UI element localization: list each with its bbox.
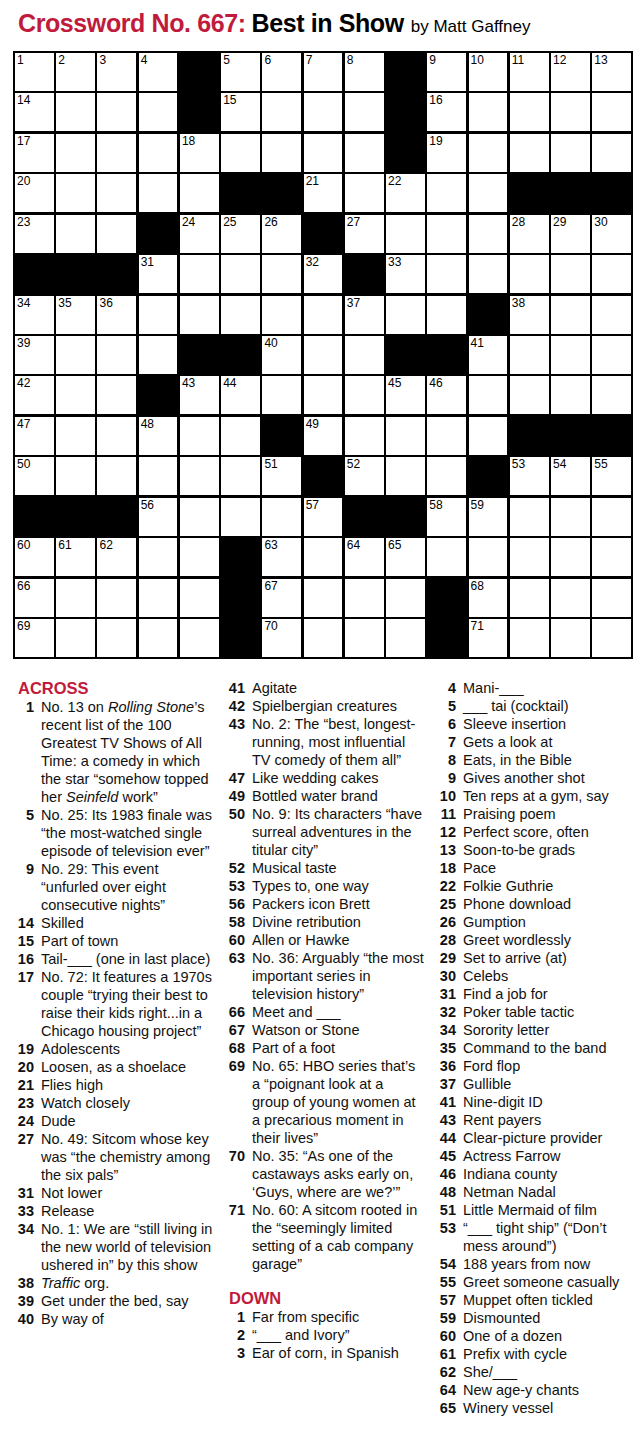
cell-number: 2 (58, 53, 65, 67)
grid-cell[interactable] (427, 174, 466, 212)
grid-cell[interactable]: 59 (469, 498, 508, 536)
grid-cell[interactable]: 36 (97, 296, 136, 334)
cell-number: 31 (141, 255, 154, 269)
grid-cell[interactable]: 18 (180, 134, 219, 172)
clue: 25Phone download (430, 895, 636, 913)
grid-cell[interactable]: 30 (592, 215, 631, 253)
grid-cell[interactable] (97, 579, 136, 617)
grid-cell[interactable]: 11 (510, 53, 549, 91)
grid-cell[interactable] (56, 579, 95, 617)
grid-cell[interactable]: 56 (139, 498, 178, 536)
grid-cell[interactable] (592, 579, 631, 617)
clue-text: Allen or Hawke (252, 931, 424, 949)
clue: 47Like wedding cakes (219, 769, 424, 787)
grid-cell[interactable] (139, 579, 178, 617)
grid-cell[interactable] (139, 134, 178, 172)
grid-cell[interactable] (221, 134, 260, 172)
grid-cell[interactable]: 58 (427, 498, 466, 536)
grid-cell[interactable] (551, 296, 590, 334)
cell-number: 41 (471, 336, 484, 350)
grid-cell[interactable] (221, 296, 260, 334)
clue: 46Indiana county (430, 1165, 636, 1183)
grid-cell[interactable]: 46 (427, 376, 466, 414)
grid-cell[interactable]: 23 (15, 215, 54, 253)
grid-cell[interactable]: 37 (345, 296, 384, 334)
grid-cell[interactable] (592, 619, 631, 657)
black-square (15, 498, 54, 536)
grid-cell[interactable] (386, 296, 425, 334)
grid-cell[interactable] (262, 498, 301, 536)
grid-cell[interactable]: 8 (345, 53, 384, 91)
grid-cell[interactable] (386, 619, 425, 657)
grid-cell[interactable] (97, 134, 136, 172)
grid-cell[interactable]: 69 (15, 619, 54, 657)
grid-cell[interactable] (551, 579, 590, 617)
grid-cell[interactable] (510, 255, 549, 293)
clue-number: 58 (219, 913, 252, 931)
grid-cell[interactable]: 55 (592, 457, 631, 495)
clue-text: By way of (41, 1310, 213, 1328)
grid-cell[interactable] (592, 336, 631, 374)
clue-number: 39 (8, 1292, 41, 1310)
clue-number: 19 (8, 1040, 41, 1058)
grid-cell[interactable] (97, 417, 136, 455)
clue: 55Greet someone casually (430, 1273, 636, 1291)
clue: 53Types to, one way (219, 877, 424, 895)
grid-cell[interactable] (427, 296, 466, 334)
clue-number: 38 (8, 1274, 41, 1292)
clue: 54188 years from now (430, 1255, 636, 1273)
clue-text: Packers icon Brett (252, 895, 424, 913)
clue-text: Nine-digit ID (463, 1093, 636, 1111)
clue: 41Nine-digit ID (430, 1093, 636, 1111)
cell-number: 23 (17, 215, 30, 229)
clue: 14Skilled (8, 914, 213, 932)
grid-cell[interactable] (551, 538, 590, 576)
grid-cell[interactable]: 44 (221, 376, 260, 414)
grid-cell[interactable] (180, 255, 219, 293)
grid-cell[interactable] (56, 215, 95, 253)
cell-number: 46 (429, 376, 442, 390)
grid-cell[interactable] (469, 134, 508, 172)
grid-cell[interactable] (427, 215, 466, 253)
clue-number: 32 (430, 1003, 463, 1021)
grid-cell[interactable]: 49 (304, 417, 343, 455)
clue: 15Part of town (8, 932, 213, 950)
grid-cell[interactable] (510, 336, 549, 374)
grid-cell[interactable] (551, 376, 590, 414)
grid-cell[interactable]: 67 (262, 579, 301, 617)
grid-cell[interactable] (56, 457, 95, 495)
grid-cell[interactable] (97, 174, 136, 212)
clue-text: No. 2: The “best, longest-running, most … (252, 715, 424, 769)
clue: 12Perfect score, often (430, 823, 636, 841)
grid-cell[interactable] (139, 336, 178, 374)
grid-cell[interactable] (510, 376, 549, 414)
grid-cell[interactable] (97, 336, 136, 374)
grid-cell[interactable] (180, 538, 219, 576)
black-square (304, 215, 343, 253)
grid-cell[interactable]: 13 (592, 53, 631, 91)
grid-cell[interactable] (386, 579, 425, 617)
clue-text: Tail-___ (one in last place) (41, 950, 213, 968)
grid-cell[interactable]: 3 (97, 53, 136, 91)
grid-cell[interactable]: 25 (221, 215, 260, 253)
grid-cell[interactable] (592, 376, 631, 414)
clue-text: Pace (463, 859, 636, 877)
clue: 13Soon-to-be grads (430, 841, 636, 859)
cell-number: 62 (99, 538, 112, 552)
grid-cell[interactable] (56, 376, 95, 414)
clue: 23Watch closely (8, 1094, 213, 1112)
clue: 20Loosen, as a shoelace (8, 1058, 213, 1076)
grid-cell[interactable]: 21 (304, 174, 343, 212)
grid-cell[interactable]: 68 (469, 579, 508, 617)
black-square (180, 53, 219, 91)
clue-text: Set to arrive (at) (463, 949, 636, 967)
grid-cell[interactable]: 45 (386, 376, 425, 414)
grid-cell[interactable] (139, 457, 178, 495)
clue: 9Gives another shot (430, 769, 636, 787)
clue-text: Praising poem (463, 805, 636, 823)
clue: 51Little Mermaid of film (430, 1201, 636, 1219)
clue-text: No. 36: Arguably “the most important ser… (252, 949, 424, 1003)
clue-text: Watch closely (41, 1094, 213, 1112)
grid-cell[interactable]: 15 (221, 93, 260, 131)
grid-cell[interactable] (56, 174, 95, 212)
clue: 59Dismounted (430, 1309, 636, 1327)
across-header: ACROSS (18, 679, 213, 697)
grid-cell[interactable]: 10 (469, 53, 508, 91)
clue: 8Eats, in the Bible (430, 751, 636, 769)
grid-cell[interactable] (551, 93, 590, 131)
grid-cell[interactable] (56, 619, 95, 657)
grid-cell[interactable]: 41 (469, 336, 508, 374)
black-square (304, 457, 343, 495)
grid-cell[interactable] (510, 498, 549, 536)
grid-cell[interactable]: 63 (262, 538, 301, 576)
grid-cell[interactable]: 39 (15, 336, 54, 374)
grid-cell[interactable] (469, 174, 508, 212)
clue: 57Muppet often tickled (430, 1291, 636, 1309)
black-square (56, 255, 95, 293)
grid-cell[interactable] (304, 538, 343, 576)
grid-cell[interactable] (97, 619, 136, 657)
grid-cell[interactable] (304, 296, 343, 334)
clue-text: Ten reps at a gym, say (463, 787, 636, 805)
black-square (221, 619, 260, 657)
clue-text: Gumption (463, 913, 636, 931)
clue: 52Musical taste (219, 859, 424, 877)
grid-cell[interactable]: 71 (469, 619, 508, 657)
grid-cell[interactable]: 34 (15, 296, 54, 334)
grid-cell[interactable]: 9 (427, 53, 466, 91)
grid-cell[interactable]: 70 (262, 619, 301, 657)
clue: 21Flies high (8, 1076, 213, 1094)
grid-cell[interactable] (551, 498, 590, 536)
clue: 44Clear-picture provider (430, 1129, 636, 1147)
grid-cell[interactable] (551, 255, 590, 293)
grid-cell[interactable]: 42 (15, 376, 54, 414)
clue-number: 66 (219, 1003, 252, 1021)
clue-number: 69 (219, 1057, 252, 1075)
grid-cell[interactable]: 40 (262, 336, 301, 374)
grid-cell[interactable] (345, 336, 384, 374)
grid-cell[interactable]: 65 (386, 538, 425, 576)
clue-number: 9 (430, 769, 463, 787)
cell-number: 64 (347, 538, 360, 552)
grid-cell[interactable] (427, 255, 466, 293)
grid-cell[interactable]: 24 (180, 215, 219, 253)
clue: 4Mani-___ (430, 679, 636, 697)
grid-cell[interactable] (262, 93, 301, 131)
black-square (221, 174, 260, 212)
grid-cell[interactable]: 4 (139, 53, 178, 91)
clue-text: No. 9: Its characters “have surreal adve… (252, 805, 424, 859)
grid-cell[interactable] (180, 619, 219, 657)
grid-cell[interactable] (139, 93, 178, 131)
grid-cell[interactable]: 51 (262, 457, 301, 495)
cell-number: 14 (17, 93, 30, 107)
clue-text: Traffic org. (41, 1274, 213, 1292)
cell-number: 10 (471, 53, 484, 67)
black-square (56, 498, 95, 536)
grid-cell[interactable] (427, 538, 466, 576)
grid-cell[interactable] (469, 376, 508, 414)
clue-text: Find a job for (463, 985, 636, 1003)
grid-cell[interactable] (345, 417, 384, 455)
grid-cell[interactable] (510, 538, 549, 576)
grid-cell[interactable] (510, 619, 549, 657)
grid-cell[interactable]: 27 (345, 215, 384, 253)
grid-cell[interactable] (551, 134, 590, 172)
cell-number: 28 (512, 215, 525, 229)
grid-cell[interactable]: 2 (56, 53, 95, 91)
cell-number: 11 (512, 53, 524, 67)
black-square (139, 376, 178, 414)
grid-cell[interactable]: 47 (15, 417, 54, 455)
grid-cell[interactable] (221, 255, 260, 293)
grid-cell[interactable] (262, 134, 301, 172)
grid-cell[interactable] (345, 93, 384, 131)
grid-cell[interactable] (510, 93, 549, 131)
grid-cell[interactable]: 7 (304, 53, 343, 91)
grid-cell[interactable] (180, 579, 219, 617)
grid-cell[interactable] (592, 134, 631, 172)
grid-cell[interactable] (221, 417, 260, 455)
grid-cell[interactable] (345, 579, 384, 617)
grid-cell[interactable] (180, 417, 219, 455)
grid-cell[interactable] (551, 619, 590, 657)
cell-number: 33 (388, 255, 401, 269)
grid-cell[interactable] (139, 538, 178, 576)
grid-cell[interactable] (304, 93, 343, 131)
grid-cell[interactable]: 35 (56, 296, 95, 334)
grid-cell[interactable] (139, 619, 178, 657)
grid-cell[interactable] (469, 93, 508, 131)
cell-number: 32 (306, 255, 319, 269)
black-square (510, 417, 549, 455)
grid-cell[interactable]: 52 (345, 457, 384, 495)
grid-cell[interactable] (386, 457, 425, 495)
cell-number: 55 (594, 457, 607, 471)
clue-number: 13 (430, 841, 463, 859)
grid-cell[interactable]: 14 (15, 93, 54, 131)
clue: 5___ tai (cocktail) (430, 697, 636, 715)
grid-cell[interactable] (592, 538, 631, 576)
grid-cell[interactable]: 50 (15, 457, 54, 495)
black-square (427, 619, 466, 657)
grid-cell[interactable]: 33 (386, 255, 425, 293)
grid-cell[interactable]: 6 (262, 53, 301, 91)
grid-cell[interactable] (386, 215, 425, 253)
grid-cell[interactable] (592, 296, 631, 334)
cell-number: 61 (58, 538, 71, 552)
grid-cell[interactable] (386, 417, 425, 455)
grid-cell[interactable] (262, 296, 301, 334)
grid-cell[interactable] (469, 215, 508, 253)
black-square (262, 417, 301, 455)
grid-cell[interactable] (304, 134, 343, 172)
grid-cell[interactable]: 5 (221, 53, 260, 91)
grid-cell[interactable] (345, 619, 384, 657)
grid-cell[interactable] (56, 134, 95, 172)
black-square (386, 93, 425, 131)
grid-cell[interactable]: 19 (427, 134, 466, 172)
grid-cell[interactable]: 1 (15, 53, 54, 91)
grid-cell[interactable] (262, 376, 301, 414)
grid-cell[interactable] (97, 376, 136, 414)
clue-number: 35 (430, 1039, 463, 1057)
grid-cell[interactable] (345, 174, 384, 212)
grid-cell[interactable] (469, 417, 508, 455)
grid-cell[interactable]: 20 (15, 174, 54, 212)
clue-number: 50 (219, 805, 252, 823)
grid-cell[interactable] (56, 93, 95, 131)
clue-number: 5 (430, 697, 463, 715)
grid-cell[interactable] (304, 619, 343, 657)
cell-number: 36 (99, 296, 112, 310)
grid-cell[interactable] (304, 376, 343, 414)
clue: 24Dude (8, 1112, 213, 1130)
grid-cell[interactable] (510, 579, 549, 617)
grid-cell[interactable] (180, 498, 219, 536)
clue: 65Winery vessel (430, 1399, 636, 1417)
grid-cell[interactable]: 64 (345, 538, 384, 576)
clue-text: Clear-picture provider (463, 1129, 636, 1147)
cell-number: 47 (17, 417, 30, 431)
cell-number: 15 (223, 93, 236, 107)
grid-cell[interactable] (139, 174, 178, 212)
grid-cell[interactable]: 16 (427, 93, 466, 131)
cell-number: 35 (58, 296, 71, 310)
grid-cell[interactable]: 32 (304, 255, 343, 293)
grid-cell[interactable]: 38 (510, 296, 549, 334)
grid-cell[interactable]: 57 (304, 498, 343, 536)
grid-cell[interactable] (97, 215, 136, 253)
cell-number: 3 (99, 53, 106, 67)
grid-cell[interactable]: 60 (15, 538, 54, 576)
grid-cell[interactable] (180, 174, 219, 212)
grid-cell[interactable]: 17 (15, 134, 54, 172)
grid-cell[interactable] (469, 538, 508, 576)
grid-cell[interactable] (56, 417, 95, 455)
clue: 34No. 1: We are “still living in the new… (8, 1220, 213, 1274)
grid-cell[interactable]: 53 (510, 457, 549, 495)
grid-cell[interactable]: 28 (510, 215, 549, 253)
cell-number: 16 (429, 93, 442, 107)
grid-cell[interactable]: 12 (551, 53, 590, 91)
grid-cell[interactable] (551, 336, 590, 374)
clue-number: 22 (430, 877, 463, 895)
grid-cell[interactable]: 22 (386, 174, 425, 212)
grid-cell[interactable] (221, 498, 260, 536)
clue: 6Sleeve insertion (430, 715, 636, 733)
grid-cell[interactable] (592, 498, 631, 536)
grid-cell[interactable] (180, 296, 219, 334)
grid-cell[interactable] (221, 457, 260, 495)
cell-number: 4 (141, 53, 148, 67)
grid-cell[interactable] (427, 417, 466, 455)
clue-number: 34 (430, 1021, 463, 1039)
grid-cell[interactable] (304, 336, 343, 374)
grid-cell[interactable] (56, 336, 95, 374)
grid-cell[interactable] (180, 457, 219, 495)
grid-cell[interactable] (97, 93, 136, 131)
clue-number: 70 (219, 1147, 252, 1165)
grid-cell[interactable] (262, 255, 301, 293)
grid-cell[interactable]: 31 (139, 255, 178, 293)
grid-cell[interactable]: 61 (56, 538, 95, 576)
byline: by Matt Gaffney (411, 17, 531, 36)
puzzle-number: Crossword No. 667: (18, 9, 246, 37)
clue-text: “___ and Ivory” (252, 1326, 424, 1344)
grid-cell[interactable]: 26 (262, 215, 301, 253)
grid-cell[interactable]: 48 (139, 417, 178, 455)
grid-cell[interactable] (304, 579, 343, 617)
clue: 49Bottled water brand (219, 787, 424, 805)
clue-number: 56 (219, 895, 252, 913)
grid-cell[interactable] (510, 134, 549, 172)
clue: 60One of a dozen (430, 1327, 636, 1345)
clue-number: 47 (219, 769, 252, 787)
cell-number: 20 (17, 174, 30, 188)
grid-cell[interactable] (97, 457, 136, 495)
black-square (180, 93, 219, 131)
grid-cell[interactable]: 54 (551, 457, 590, 495)
clue-text: Dismounted (463, 1309, 636, 1327)
grid-cell[interactable] (345, 376, 384, 414)
clue-text: Meet and ___ (252, 1003, 424, 1021)
cell-number: 6 (264, 53, 271, 67)
cell-number: 21 (306, 174, 319, 188)
grid-cell[interactable]: 43 (180, 376, 219, 414)
grid-cell[interactable] (469, 255, 508, 293)
grid-cell[interactable]: 62 (97, 538, 136, 576)
black-square (97, 498, 136, 536)
grid-cell[interactable]: 29 (551, 215, 590, 253)
black-square (386, 498, 425, 536)
grid-cell[interactable] (592, 255, 631, 293)
grid-cell[interactable] (427, 457, 466, 495)
grid-cell[interactable] (345, 134, 384, 172)
grid-cell[interactable] (139, 296, 178, 334)
clue-text: Greet someone casually (463, 1273, 636, 1291)
grid-cell[interactable] (592, 93, 631, 131)
grid-cell[interactable]: 66 (15, 579, 54, 617)
clues-section: ACROSS 1No. 13 on Rolling Stone’s recent… (0, 659, 640, 1417)
clue: 39Get under the bed, say (8, 1292, 213, 1310)
